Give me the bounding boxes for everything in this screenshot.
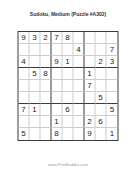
cell-r9c1: 5 (19, 128, 30, 140)
cell-r6c2 (30, 92, 41, 104)
cell-r3c2 (30, 56, 41, 68)
cell-r5c1 (19, 80, 30, 92)
cell-r6c3 (41, 92, 52, 104)
cell-r4c4 (52, 68, 63, 80)
cell-r8c3 (41, 116, 52, 128)
cell-r8c1 (19, 116, 30, 128)
cell-r1c7 (85, 32, 96, 44)
cell-r3c8: 2 (96, 56, 107, 68)
cell-r1c1: 9 (19, 32, 30, 44)
cell-r6c4 (52, 92, 63, 104)
cell-r9c9: 1 (107, 128, 118, 140)
sudoku-board: 9327847491235817571651265891 (18, 31, 119, 141)
cell-r4c7: 1 (85, 68, 96, 80)
cell-r3c1: 4 (19, 56, 30, 68)
cell-r4c6 (74, 68, 85, 80)
cell-r7c9: 5 (107, 104, 118, 116)
cell-r4c8 (96, 68, 107, 80)
cell-r6c7 (85, 92, 96, 104)
cell-r3c5: 1 (63, 56, 74, 68)
cell-r7c1: 7 (19, 104, 30, 116)
cell-r9c3 (41, 128, 52, 140)
cell-r3c9: 3 (107, 56, 118, 68)
cell-r6c9 (107, 92, 118, 104)
cell-r1c5: 8 (63, 32, 74, 44)
cell-r8c9 (107, 116, 118, 128)
cell-r9c7: 9 (85, 128, 96, 140)
cell-r8c6 (74, 116, 85, 128)
cell-r6c6 (74, 92, 85, 104)
cell-r2c5 (63, 44, 74, 56)
cell-r8c5 (63, 116, 74, 128)
cell-r8c7: 2 (85, 116, 96, 128)
cell-r2c1 (19, 44, 30, 56)
cell-r1c6 (74, 32, 85, 44)
cell-r7c4 (52, 104, 63, 116)
cell-r4c2: 5 (30, 68, 41, 80)
cell-r9c5 (63, 128, 74, 140)
cell-r3c6 (74, 56, 85, 68)
cell-r6c5 (63, 92, 74, 104)
cell-r2c3 (41, 44, 52, 56)
cell-r8c2 (30, 116, 41, 128)
cell-r5c5 (63, 80, 74, 92)
sudoku-sheet: Sudoku, Medium (Puzzle #A302) 9327847491… (0, 0, 136, 176)
cell-r5c7: 7 (85, 80, 96, 92)
cell-r5c3 (41, 80, 52, 92)
cell-r7c2: 1 (30, 104, 41, 116)
cell-r4c5 (63, 68, 74, 80)
cell-r5c2 (30, 80, 41, 92)
cell-r4c9 (107, 68, 118, 80)
cell-r7c7 (85, 104, 96, 116)
cell-r3c7 (85, 56, 96, 68)
cell-r2c4 (52, 44, 63, 56)
cell-r2c6: 4 (74, 44, 85, 56)
cell-r9c4: 8 (52, 128, 63, 140)
cell-r5c4 (52, 80, 63, 92)
cell-r7c8 (96, 104, 107, 116)
cell-r5c6 (74, 80, 85, 92)
cell-r3c4: 9 (52, 56, 63, 68)
cell-r3c3 (41, 56, 52, 68)
footer-url: www.PrintSudoku.com (0, 162, 136, 167)
cell-r5c8 (96, 80, 107, 92)
cell-r2c2 (30, 44, 41, 56)
cell-r2c7 (85, 44, 96, 56)
cell-r5c9 (107, 80, 118, 92)
cell-r4c3: 8 (41, 68, 52, 80)
cell-r2c8 (96, 44, 107, 56)
cell-r1c9 (107, 32, 118, 44)
cell-r7c6 (74, 104, 85, 116)
cell-r6c1 (19, 92, 30, 104)
cell-r7c3 (41, 104, 52, 116)
cell-r8c8: 6 (96, 116, 107, 128)
cell-r9c6 (74, 128, 85, 140)
cell-r9c8 (96, 128, 107, 140)
cell-r7c5: 6 (63, 104, 74, 116)
cell-r1c3: 2 (41, 32, 52, 44)
cell-r1c4: 7 (52, 32, 63, 44)
cell-r6c8: 5 (96, 92, 107, 104)
cell-r1c2: 3 (30, 32, 41, 44)
cell-r1c8 (96, 32, 107, 44)
cell-r8c4: 1 (52, 116, 63, 128)
page-title: Sudoku, Medium (Puzzle #A302) (0, 11, 136, 17)
cell-r9c2 (30, 128, 41, 140)
cell-r2c9: 7 (107, 44, 118, 56)
cell-r4c1 (19, 68, 30, 80)
